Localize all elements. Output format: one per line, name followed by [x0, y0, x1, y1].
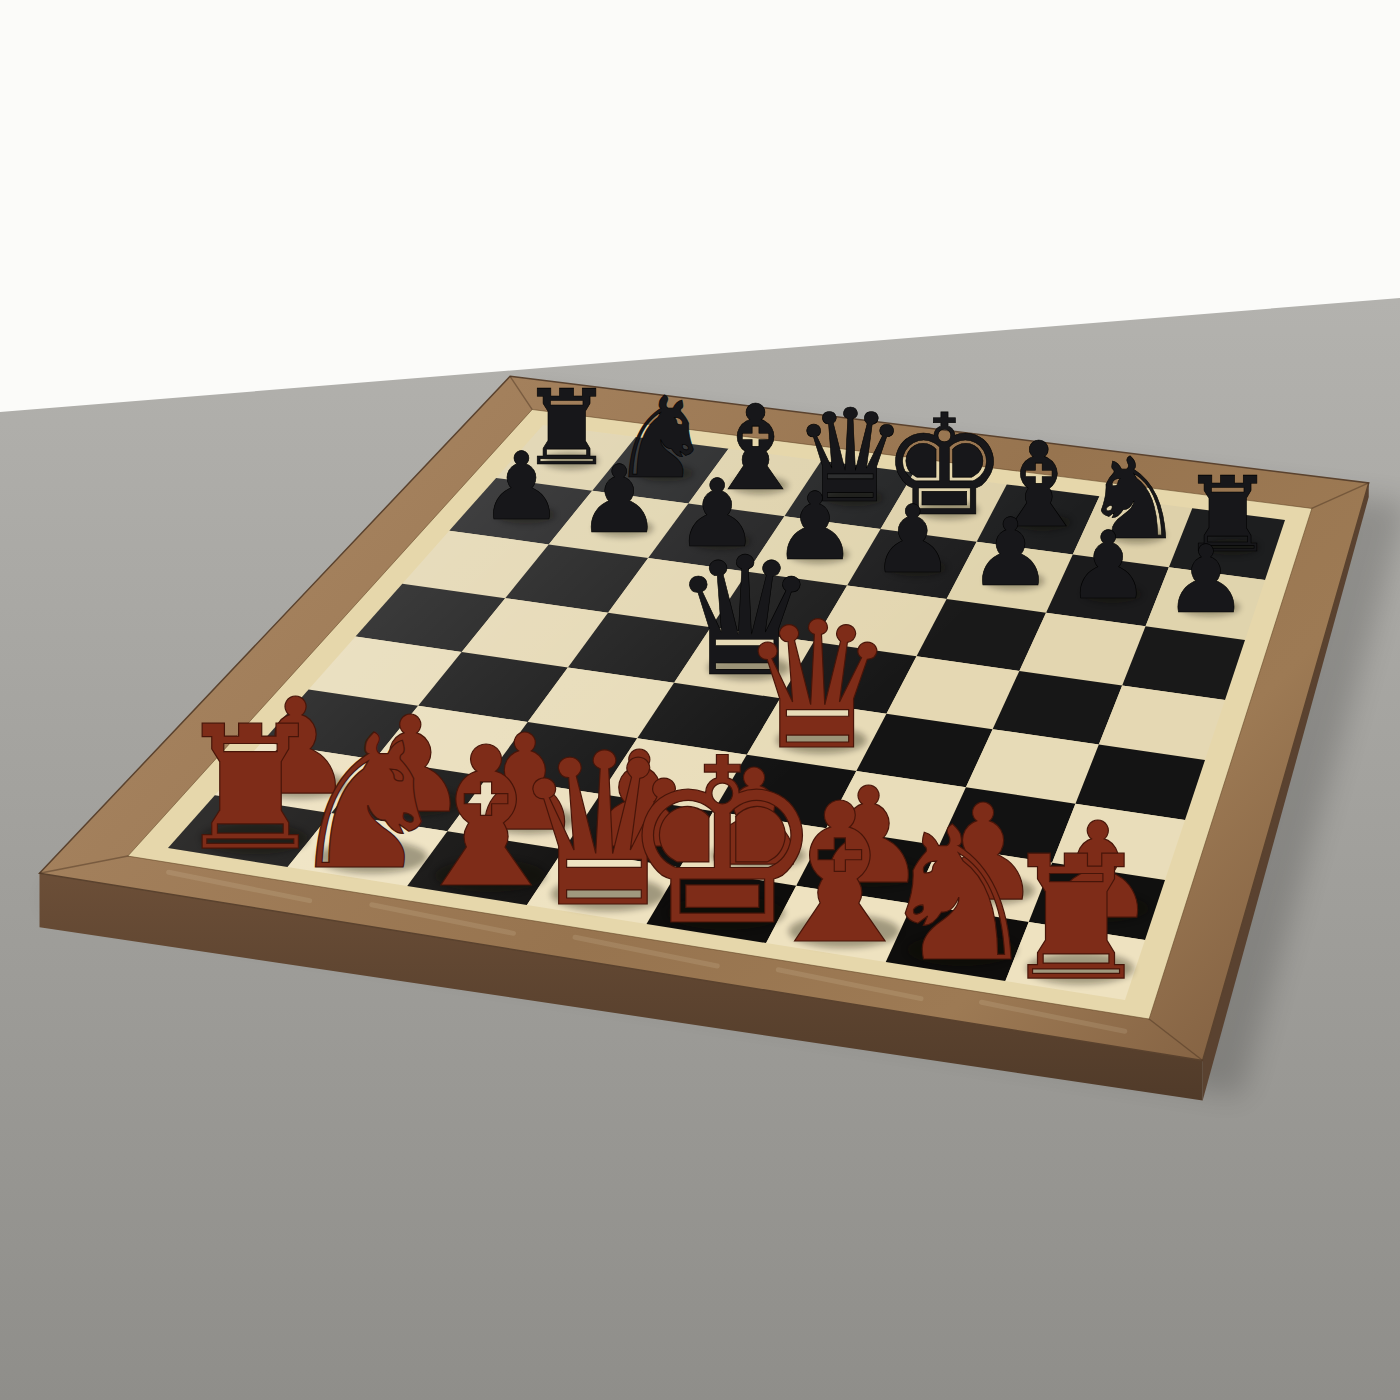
piece-red-rook-h1: ♜	[999, 819, 1152, 1018]
chess-set-photo: ♜♞♝♛♚♝♞♜♟♟♟♟♟♟♟♟♛♛♟♟♟♟♟♟♟♟♜♞♝♛♚♝♞♜	[0, 0, 1400, 1400]
chessboard: ♜♞♝♛♚♝♞♜♟♟♟♟♟♟♟♟♛♛♟♟♟♟♟♟♟♟♜♞♝♛♚♝♞♜	[0, 0, 1400, 1400]
piece-black-pawn-g7: ♟	[1066, 511, 1150, 620]
piece-black-pawn-f7: ♟	[969, 498, 1053, 607]
piece-black-pawn-h7: ♟	[1164, 525, 1248, 634]
piece-black-pawn-e7: ♟	[871, 485, 955, 594]
piece-black-pawn-a7: ♟	[480, 432, 564, 541]
piece-black-pawn-b7: ♟	[577, 445, 661, 554]
